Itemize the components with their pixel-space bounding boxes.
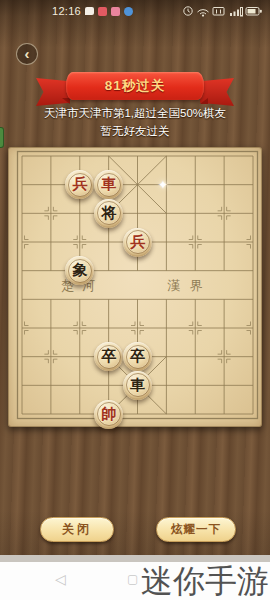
app-dot-icon: [124, 7, 133, 16]
piece-red-soldier[interactable]: 兵: [123, 228, 152, 257]
close-button[interactable]: 关闭: [40, 517, 114, 542]
river-label-han: 漢界: [167, 277, 213, 295]
status-right-icons: [183, 4, 263, 18]
nav-back-icon[interactable]: ◁: [55, 571, 66, 587]
clock-text: 12:16: [52, 5, 81, 17]
piece-character: 卒: [130, 349, 145, 364]
ribbon-band: 81秒过关: [66, 72, 204, 100]
banner-title: 81秒过关: [105, 77, 166, 95]
back-arrow-icon: ‹: [17, 44, 37, 63]
piece-black-soldier[interactable]: 卒: [123, 342, 152, 371]
piece-black-chariot[interactable]: 車: [123, 371, 152, 400]
rank-text: 天津市天津市第1,超过全国50%棋友: [0, 106, 270, 121]
piece-character: 帥: [101, 407, 116, 422]
heart-icon: [98, 7, 107, 16]
android-nav-bar: ◁ ▢ 迷你手游网: [0, 562, 270, 600]
piece-character: 象: [72, 263, 87, 278]
nav-recent-icon[interactable]: ▢: [127, 572, 138, 586]
brag-button[interactable]: 炫耀一下: [156, 517, 236, 542]
piece-character: 将: [101, 206, 116, 221]
piece-character: 兵: [130, 235, 145, 250]
ribbon-fold-right: [200, 98, 208, 104]
gallery-icon: [111, 7, 120, 16]
piece-black-general[interactable]: 将: [94, 199, 123, 228]
piece-character: 卒: [101, 349, 116, 364]
ribbon-fold-left: [62, 98, 70, 104]
status-bar: 12:16: [0, 0, 270, 22]
signal-icon: [230, 10, 239, 17]
chat-bubble-icon: [85, 7, 94, 15]
piece-character: 兵: [72, 177, 87, 192]
xiangqi-board: 楚河 漢界 兵車将兵象卒卒車帥 ✦: [8, 147, 262, 427]
friends-text: 暂无好友过关: [0, 124, 270, 139]
wifi-icon: [198, 10, 209, 12]
hd-icon: [213, 8, 224, 16]
piece-red-general[interactable]: 帥: [94, 400, 123, 429]
back-button[interactable]: ‹: [16, 43, 38, 65]
piece-character: 車: [130, 378, 145, 393]
watermark-text: 迷你手游网: [141, 560, 270, 600]
piece-character: 車: [101, 177, 116, 192]
sparkle-effect: ✦: [155, 177, 171, 193]
screen: 12:16: [0, 0, 270, 600]
